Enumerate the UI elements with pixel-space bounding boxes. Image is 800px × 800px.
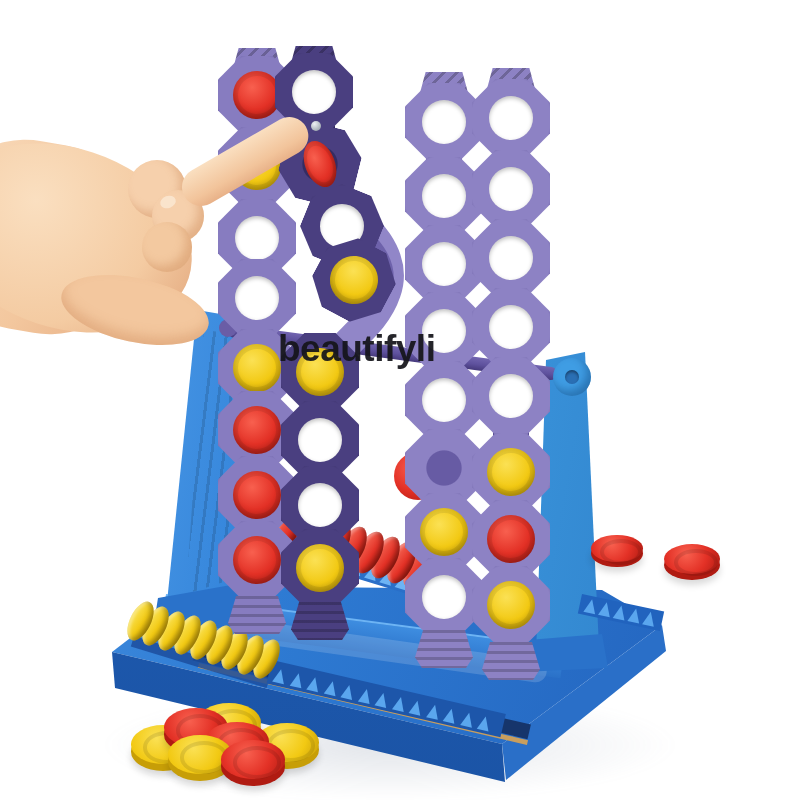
ridge-tooth	[340, 684, 355, 700]
ladder-3-cell-2[interactable]	[405, 157, 483, 235]
hand-knuckle	[142, 222, 192, 272]
watermark-text: beautifyli	[278, 328, 498, 370]
disc-red[interactable]	[233, 536, 281, 584]
ladder-3-cell-1[interactable]	[405, 83, 483, 161]
product-photo-connect4-spin: beautifyli	[0, 0, 800, 800]
right-bracket-hole	[565, 370, 579, 384]
disc-red[interactable]	[233, 406, 281, 454]
ladder-2-cell-8[interactable]	[281, 529, 359, 607]
ladder-4-cell-6[interactable]	[472, 433, 550, 511]
cell-hole	[422, 575, 466, 619]
ridge-tooth	[642, 610, 657, 626]
ridge-tooth	[374, 692, 389, 708]
ladder-1-cell-4[interactable]	[218, 259, 296, 337]
ladder-2-foot[interactable]	[291, 602, 349, 640]
spinner-pin[interactable]	[311, 121, 321, 131]
disc-yellow[interactable]	[233, 344, 281, 392]
ridge-tooth	[323, 680, 338, 696]
ridge-tooth	[306, 676, 321, 692]
ladder-4-cell-8[interactable]	[472, 566, 550, 644]
ladder-3-cell-5[interactable]	[405, 361, 483, 439]
cell-hole	[298, 483, 342, 527]
cell-hole	[292, 70, 336, 114]
ridge-tooth	[409, 699, 424, 715]
table-disc-red[interactable]	[591, 535, 643, 568]
disc-red[interactable]	[487, 515, 535, 563]
cell-hole	[489, 374, 533, 418]
cell-hole	[422, 242, 466, 286]
cell-hole	[422, 100, 466, 144]
ridge-tooth	[583, 598, 598, 614]
ridge-tooth	[443, 707, 458, 723]
ladder-1-foot[interactable]	[228, 596, 286, 634]
ladder-3-cell-3[interactable]	[405, 225, 483, 303]
ladder-4-cell-2[interactable]	[472, 150, 550, 228]
ridge-tooth	[460, 711, 475, 727]
ridge-tooth	[392, 696, 407, 712]
disc-red[interactable]	[233, 471, 281, 519]
ridge-tooth	[598, 601, 613, 617]
disc-ringline	[600, 539, 641, 565]
ridge-tooth	[477, 715, 492, 731]
cell-hole	[489, 167, 533, 211]
cell-hole	[489, 236, 533, 280]
table-disc-red[interactable]	[664, 544, 720, 580]
disc-yellow[interactable]	[487, 448, 535, 496]
ladder-4-cell-3[interactable]	[472, 219, 550, 297]
disc-red[interactable]	[233, 71, 281, 119]
disc-yellow[interactable]	[487, 581, 535, 629]
cell-hole	[235, 216, 279, 260]
ridge-tooth	[426, 703, 441, 719]
ridge-tooth	[627, 607, 642, 623]
ridge-tooth	[272, 668, 287, 684]
ladder-4-cell-1[interactable]	[472, 79, 550, 157]
cell-hole	[422, 378, 466, 422]
ladder-3-cell-8[interactable]	[405, 558, 483, 636]
ridge-tooth	[613, 604, 628, 620]
cell-hole	[235, 276, 279, 320]
disc-yellow[interactable]	[420, 508, 468, 556]
ridge-tooth	[289, 672, 304, 688]
cell-hole	[298, 418, 342, 462]
ladder-4-foot[interactable]	[482, 642, 540, 680]
ladder-3-foot[interactable]	[415, 630, 473, 668]
ridge-tooth	[357, 688, 372, 704]
disc-yellow[interactable]	[296, 544, 344, 592]
cell-hole	[422, 174, 466, 218]
cell-hole	[489, 96, 533, 140]
disc-yellow[interactable]	[322, 248, 387, 313]
cluster-disc-red[interactable]	[221, 740, 285, 786]
